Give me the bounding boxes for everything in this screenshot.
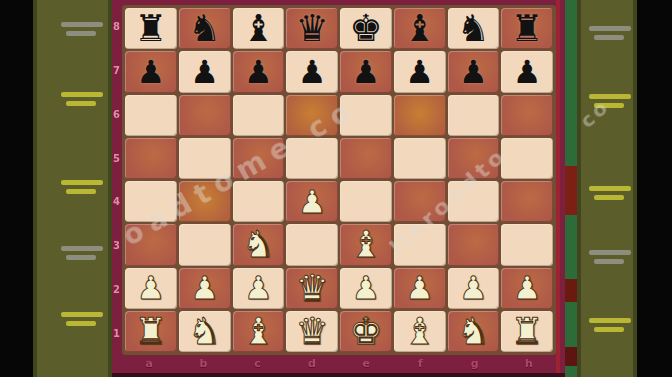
file-label-e: e <box>339 357 393 372</box>
square-c6 <box>233 95 285 136</box>
white-knight-piece: ♞ <box>448 311 500 352</box>
square-f2: ♟ <box>394 268 446 309</box>
illegible-side-text <box>61 92 103 110</box>
file-label-c: c <box>231 357 285 372</box>
square-b7: ♟ <box>179 51 231 92</box>
square-e3: ♝ <box>340 224 392 265</box>
square-b1: ♞ <box>179 311 231 352</box>
square-b6 <box>179 95 231 136</box>
square-e1: ♚ <box>340 311 392 352</box>
square-d3 <box>286 224 338 265</box>
file-label-h: h <box>502 357 556 372</box>
white-pawn-piece: ♟ <box>179 268 231 309</box>
board: ♜♞♝♛♚♝♞♜♟♟♟♟♟♟♟♟♟♞♝♟♟♟♛♟♟♟♟♜♞♝♛♚♝♞♜ <box>122 5 556 355</box>
square-a4 <box>125 181 177 222</box>
square-h5 <box>501 138 553 179</box>
black-pawn-piece: ♟ <box>179 51 231 92</box>
square-f7: ♟ <box>394 51 446 92</box>
square-d6 <box>286 95 338 136</box>
white-king-piece: ♚ <box>340 311 392 352</box>
square-f6 <box>394 95 446 136</box>
illegible-side-text <box>61 246 103 264</box>
square-b5 <box>179 138 231 179</box>
square-a5 <box>125 138 177 179</box>
square-b4 <box>179 181 231 222</box>
square-b8: ♞ <box>179 8 231 49</box>
square-c4 <box>233 181 285 222</box>
white-knight-piece: ♞ <box>233 224 285 265</box>
white-pawn-piece: ♟ <box>340 268 392 309</box>
square-a6 <box>125 95 177 136</box>
square-g1: ♞ <box>448 311 500 352</box>
black-rook-piece: ♜ <box>501 8 553 49</box>
white-bishop-piece: ♝ <box>340 224 392 265</box>
square-a2: ♟ <box>125 268 177 309</box>
white-pawn-piece: ♟ <box>233 268 285 309</box>
file-label-f: f <box>393 357 447 372</box>
square-a7: ♟ <box>125 51 177 92</box>
square-d5 <box>286 138 338 179</box>
square-b2: ♟ <box>179 268 231 309</box>
file-label-d: d <box>285 357 339 372</box>
square-c2: ♟ <box>233 268 285 309</box>
illegible-side-text <box>589 318 631 336</box>
square-a1: ♜ <box>125 311 177 352</box>
square-c8: ♝ <box>233 8 285 49</box>
square-f8: ♝ <box>394 8 446 49</box>
black-pawn-piece: ♟ <box>340 51 392 92</box>
square-g8: ♞ <box>448 8 500 49</box>
square-d8: ♛ <box>286 8 338 49</box>
illegible-side-text <box>61 180 103 198</box>
rank-label-3: 3 <box>111 224 122 268</box>
square-g5 <box>448 138 500 179</box>
rank-label-4: 4 <box>111 180 122 224</box>
file-label-a: a <box>122 357 176 372</box>
square-h3 <box>501 224 553 265</box>
square-g6 <box>448 95 500 136</box>
square-f4 <box>394 181 446 222</box>
black-pawn-piece: ♟ <box>286 51 338 92</box>
square-h8: ♜ <box>501 8 553 49</box>
black-rook-piece: ♜ <box>125 8 177 49</box>
square-f3 <box>394 224 446 265</box>
file-label-b: b <box>176 357 230 372</box>
square-a8: ♜ <box>125 8 177 49</box>
black-bishop-piece: ♝ <box>394 8 446 49</box>
square-d7: ♟ <box>286 51 338 92</box>
rank-label-7: 7 <box>111 49 122 93</box>
square-g3 <box>448 224 500 265</box>
illegible-side-text <box>61 312 103 330</box>
rank-label-8: 8 <box>111 5 122 49</box>
frame-bottom-strip <box>112 373 565 377</box>
square-b3 <box>179 224 231 265</box>
square-d1: ♛ <box>286 311 338 352</box>
book-cover-chess-diagram: ♜♞♝♛♚♝♞♜♟♟♟♟♟♟♟♟♟♞♝♟♟♟♛♟♟♟♟♜♞♝♛♚♝♞♜ 8765… <box>0 0 672 377</box>
square-h1: ♜ <box>501 311 553 352</box>
white-rook-piece: ♜ <box>125 311 177 352</box>
square-h4 <box>501 181 553 222</box>
file-label-g: g <box>448 357 502 372</box>
square-c3: ♞ <box>233 224 285 265</box>
square-e8: ♚ <box>340 8 392 49</box>
square-e5 <box>340 138 392 179</box>
rank-label-6: 6 <box>111 93 122 137</box>
square-c7: ♟ <box>233 51 285 92</box>
square-g4 <box>448 181 500 222</box>
illegible-side-text <box>61 22 103 40</box>
black-bishop-piece: ♝ <box>233 8 285 49</box>
white-pawn-piece: ♟ <box>394 268 446 309</box>
square-h2: ♟ <box>501 268 553 309</box>
file-labels: abcdefgh <box>122 357 556 372</box>
black-knight-piece: ♞ <box>448 8 500 49</box>
rank-label-5: 5 <box>111 136 122 180</box>
square-c5 <box>233 138 285 179</box>
black-pawn-piece: ♟ <box>501 51 553 92</box>
black-pawn-piece: ♟ <box>448 51 500 92</box>
right-side-panel <box>577 0 637 377</box>
white-knight-piece: ♞ <box>179 311 231 352</box>
illegible-side-text <box>589 186 631 204</box>
square-g7: ♟ <box>448 51 500 92</box>
white-bishop-piece: ♝ <box>394 311 446 352</box>
square-f1: ♝ <box>394 311 446 352</box>
frame-red-edge <box>556 0 560 377</box>
illegible-side-text <box>589 94 631 112</box>
illegible-side-text <box>589 26 631 44</box>
left-side-panel <box>33 0 112 377</box>
white-pawn-piece: ♟ <box>448 268 500 309</box>
white-queen-piece: ♛ <box>286 268 338 309</box>
green-divider-stripe <box>565 0 577 377</box>
black-knight-piece: ♞ <box>179 8 231 49</box>
square-e7: ♟ <box>340 51 392 92</box>
white-bishop-piece: ♝ <box>233 311 285 352</box>
square-c1: ♝ <box>233 311 285 352</box>
illegible-side-text <box>589 250 631 268</box>
rank-label-1: 1 <box>111 311 122 355</box>
square-d4: ♟ <box>286 181 338 222</box>
white-pawn-piece: ♟ <box>286 181 338 222</box>
square-e6 <box>340 95 392 136</box>
square-e2: ♟ <box>340 268 392 309</box>
black-pawn-piece: ♟ <box>394 51 446 92</box>
square-e4 <box>340 181 392 222</box>
square-g2: ♟ <box>448 268 500 309</box>
square-h7: ♟ <box>501 51 553 92</box>
black-pawn-piece: ♟ <box>125 51 177 92</box>
rank-labels: 87654321 <box>111 5 122 355</box>
square-d2: ♛ <box>286 268 338 309</box>
square-f5 <box>394 138 446 179</box>
black-king-piece: ♚ <box>340 8 392 49</box>
black-pawn-piece: ♟ <box>233 51 285 92</box>
square-a3 <box>125 224 177 265</box>
white-pawn-piece: ♟ <box>125 268 177 309</box>
white-pawn-piece: ♟ <box>501 268 553 309</box>
rank-label-2: 2 <box>111 268 122 312</box>
white-rook-piece: ♜ <box>501 311 553 352</box>
square-h6 <box>501 95 553 136</box>
white-queen-piece: ♛ <box>286 311 338 352</box>
black-queen-piece: ♛ <box>286 8 338 49</box>
